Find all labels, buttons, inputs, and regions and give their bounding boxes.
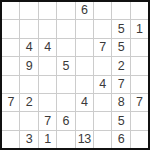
cell-r5c1[interactable]	[2, 76, 19, 93]
cell-r1c1[interactable]	[2, 2, 19, 19]
cell-r3c4[interactable]	[57, 39, 74, 56]
cell-r6c6[interactable]	[94, 94, 111, 111]
cell-r1c7[interactable]	[112, 2, 129, 19]
cell-r4c1[interactable]	[2, 57, 19, 74]
cell-r4c5[interactable]	[76, 57, 93, 74]
cell-r1c4[interactable]	[57, 2, 74, 19]
cell-r4c6[interactable]	[94, 57, 111, 74]
cell-r5c7[interactable]: 7	[112, 76, 129, 93]
cell-r3c8[interactable]	[131, 39, 148, 56]
cell-r3c2[interactable]: 4	[20, 39, 37, 56]
cell-r2c4[interactable]	[57, 20, 74, 37]
cell-r6c5[interactable]: 4	[76, 94, 93, 111]
cell-r8c4[interactable]	[57, 131, 74, 148]
cell-r4c4[interactable]: 5	[57, 57, 74, 74]
cell-r2c2[interactable]	[20, 20, 37, 37]
cell-r6c7[interactable]: 8	[112, 94, 129, 111]
cell-r7c6[interactable]	[94, 112, 111, 129]
cell-r2c3[interactable]	[39, 20, 56, 37]
cell-r5c5[interactable]	[76, 76, 93, 93]
cell-r4c7[interactable]: 2	[112, 57, 129, 74]
cell-r1c6[interactable]	[94, 2, 111, 19]
cell-r3c5[interactable]	[76, 39, 93, 56]
cell-r8c2[interactable]: 3	[20, 131, 37, 148]
cell-r7c3[interactable]: 7	[39, 112, 56, 129]
cell-r5c3[interactable]	[39, 76, 56, 93]
cell-r2c1[interactable]	[2, 20, 19, 37]
kuromasu-board: 6514475952477248776531136	[0, 0, 150, 150]
cell-r3c3[interactable]: 4	[39, 39, 56, 56]
cell-r5c4[interactable]	[57, 76, 74, 93]
cell-r2c6[interactable]	[94, 20, 111, 37]
cell-r5c2[interactable]	[20, 76, 37, 93]
cell-r3c7[interactable]: 5	[112, 39, 129, 56]
cell-r6c4[interactable]	[57, 94, 74, 111]
cell-r3c6[interactable]: 7	[94, 39, 111, 56]
cell-r6c8[interactable]: 7	[131, 94, 148, 111]
cell-r1c3[interactable]	[39, 2, 56, 19]
cell-r2c8[interactable]: 1	[131, 20, 148, 37]
cell-r5c6[interactable]: 4	[94, 76, 111, 93]
cell-r6c3[interactable]	[39, 94, 56, 111]
cell-r7c7[interactable]: 5	[112, 112, 129, 129]
cell-r1c5[interactable]: 6	[76, 2, 93, 19]
cell-r7c4[interactable]: 6	[57, 112, 74, 129]
cell-r8c5[interactable]: 13	[76, 131, 93, 148]
cell-r8c3[interactable]: 1	[39, 131, 56, 148]
cell-r7c1[interactable]	[2, 112, 19, 129]
cell-r7c5[interactable]	[76, 112, 93, 129]
cell-r8c7[interactable]: 6	[112, 131, 129, 148]
cell-r7c2[interactable]	[20, 112, 37, 129]
cell-r8c1[interactable]	[2, 131, 19, 148]
cell-r4c3[interactable]	[39, 57, 56, 74]
cell-r6c1[interactable]: 7	[2, 94, 19, 111]
cell-r4c8[interactable]	[131, 57, 148, 74]
cell-r8c8[interactable]	[131, 131, 148, 148]
cell-r8c6[interactable]	[94, 131, 111, 148]
cell-r3c1[interactable]	[2, 39, 19, 56]
cell-r5c8[interactable]	[131, 76, 148, 93]
cell-r2c5[interactable]	[76, 20, 93, 37]
cell-r4c2[interactable]: 9	[20, 57, 37, 74]
cell-r1c8[interactable]	[131, 2, 148, 19]
cell-r6c2[interactable]: 2	[20, 94, 37, 111]
cell-r7c8[interactable]	[131, 112, 148, 129]
cell-r1c2[interactable]	[20, 2, 37, 19]
cell-r2c7[interactable]: 5	[112, 20, 129, 37]
